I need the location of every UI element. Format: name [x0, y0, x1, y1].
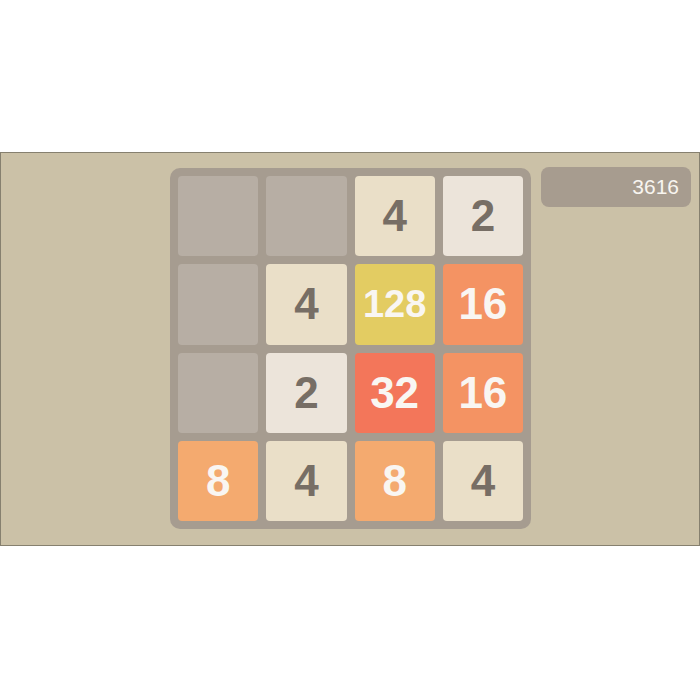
- cell-r3c2: 2: [266, 353, 346, 433]
- cell-r4c3: 8: [355, 441, 435, 521]
- cell-r2c2: 4: [266, 264, 346, 344]
- cell-r1c1: [178, 176, 258, 256]
- cell-r2c3: 128: [355, 264, 435, 344]
- cell-r3c1: [178, 353, 258, 433]
- board-grid[interactable]: 4 2 4 128 16 2 32 16 8 4 8 4: [170, 168, 531, 529]
- cell-r3c3: 32: [355, 353, 435, 433]
- cell-r4c4: 4: [443, 441, 523, 521]
- cell-r1c2: [266, 176, 346, 256]
- cell-r2c4: 16: [443, 264, 523, 344]
- cell-r1c3: 4: [355, 176, 435, 256]
- cell-r4c1: 8: [178, 441, 258, 521]
- game-screen: 4 2 4 128 16 2 32 16 8 4 8 4 3616: [0, 0, 700, 700]
- cell-r1c4: 2: [443, 176, 523, 256]
- score-badge: 3616: [541, 167, 691, 207]
- cell-r3c4: 16: [443, 353, 523, 433]
- cell-r2c1: [178, 264, 258, 344]
- cell-r4c2: 4: [266, 441, 346, 521]
